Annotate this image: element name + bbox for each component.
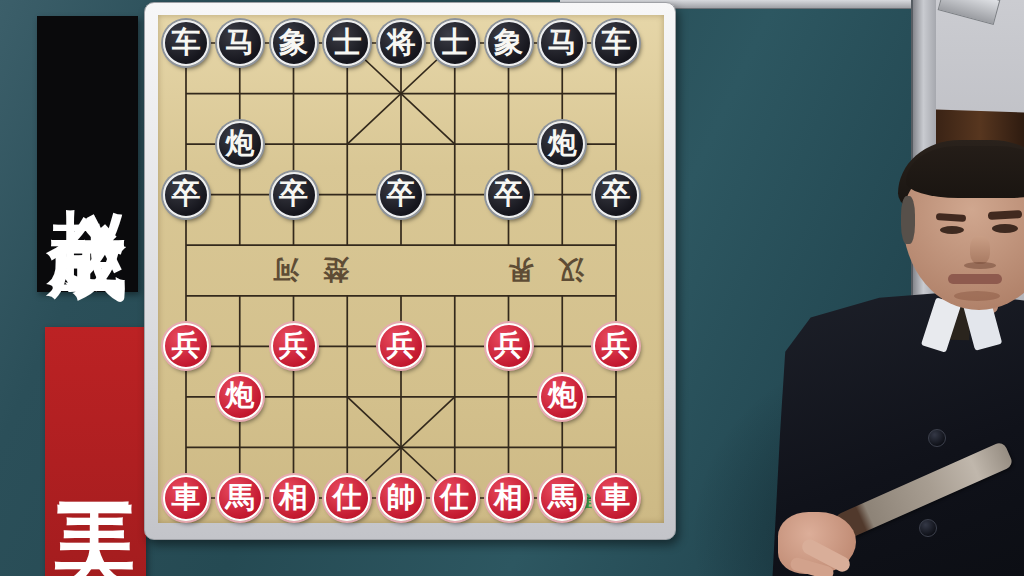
piece-black-soldier[interactable]: 卒 [486, 172, 532, 218]
video-frame: 赵金成 王天一 楚河 汉界 维 车马象士将士象马车炮炮卒卒卒卒卒兵兵兵兵兵炮炮車… [0, 0, 1024, 576]
piece-black-advisor[interactable]: 士 [324, 20, 370, 66]
piece-black-chariot[interactable]: 车 [593, 20, 639, 66]
piece-black-cannon[interactable]: 炮 [217, 121, 263, 167]
piece-red-chariot[interactable]: 車 [593, 475, 639, 521]
presenter-nostrils [964, 262, 996, 269]
coat-button [919, 519, 937, 537]
piece-black-soldier[interactable]: 卒 [593, 172, 639, 218]
presenter-mouth [948, 274, 1002, 284]
river-label-chu-he: 楚河 [249, 252, 349, 287]
piece-black-soldier[interactable]: 卒 [271, 172, 317, 218]
river-label-han-jie: 汉界 [484, 252, 584, 287]
piece-red-cannon[interactable]: 炮 [539, 374, 585, 420]
piece-red-elephant[interactable]: 相 [486, 475, 532, 521]
presenter-sideburn [901, 196, 915, 244]
piece-black-soldier[interactable]: 卒 [163, 172, 209, 218]
piece-black-horse[interactable]: 马 [539, 20, 585, 66]
piece-black-general[interactable]: 将 [378, 20, 424, 66]
piece-red-advisor[interactable]: 仕 [432, 475, 478, 521]
piece-red-horse[interactable]: 馬 [539, 475, 585, 521]
piece-red-soldier[interactable]: 兵 [593, 323, 639, 369]
xiangqi-demo-board: 楚河 汉界 维 车马象士将士象马车炮炮卒卒卒卒卒兵兵兵兵兵炮炮車馬相仕帥仕相馬車 [144, 2, 676, 540]
piece-red-advisor[interactable]: 仕 [324, 475, 370, 521]
piece-black-chariot[interactable]: 车 [163, 20, 209, 66]
coat-button [928, 429, 946, 447]
board-grid [158, 15, 664, 523]
board-face: 楚河 汉界 维 车马象士将士象马车炮炮卒卒卒卒卒兵兵兵兵兵炮炮車馬相仕帥仕相馬車 [158, 15, 664, 523]
piece-red-chariot[interactable]: 車 [163, 475, 209, 521]
presenter-hair-front [906, 146, 1024, 198]
piece-red-soldier[interactable]: 兵 [163, 323, 209, 369]
piece-black-elephant[interactable]: 象 [271, 20, 317, 66]
piece-red-soldier[interactable]: 兵 [486, 323, 532, 369]
piece-red-elephant[interactable]: 相 [271, 475, 317, 521]
presenter-eye [940, 226, 964, 234]
presenter-nose [970, 236, 990, 264]
piece-red-soldier[interactable]: 兵 [271, 323, 317, 369]
piece-black-soldier[interactable]: 卒 [378, 172, 424, 218]
piece-black-elephant[interactable]: 象 [486, 20, 532, 66]
name-banner-black-player: 赵金成 [37, 16, 138, 292]
piece-red-cannon[interactable]: 炮 [217, 374, 263, 420]
piece-red-general[interactable]: 帥 [378, 475, 424, 521]
piece-red-horse[interactable]: 馬 [217, 475, 263, 521]
piece-black-advisor[interactable]: 士 [432, 20, 478, 66]
presenter-eye [992, 224, 1018, 233]
piece-black-horse[interactable]: 马 [217, 20, 263, 66]
name-banner-red-player: 王天一 [45, 327, 146, 576]
presenter-chin-shadow [954, 291, 1000, 301]
piece-red-soldier[interactable]: 兵 [378, 323, 424, 369]
